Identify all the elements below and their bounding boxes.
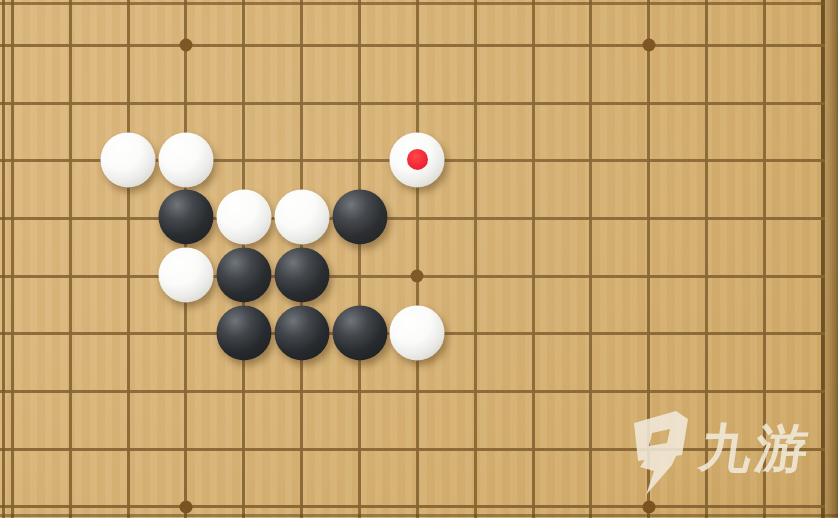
- stone-black[interactable]: [274, 305, 329, 360]
- stone-white[interactable]: [216, 190, 271, 245]
- gomoku-board[interactable]: [0, 0, 838, 518]
- stone-black[interactable]: [216, 247, 271, 302]
- stone-white[interactable]: [274, 190, 329, 245]
- gomoku-screenshot: 九游: [0, 0, 838, 518]
- stone-white[interactable]: [158, 132, 213, 187]
- stone-white[interactable]: [158, 247, 213, 302]
- stone-black[interactable]: [216, 305, 271, 360]
- last-move-marker: [407, 149, 428, 170]
- stone-black[interactable]: [332, 190, 387, 245]
- stone-black[interactable]: [158, 190, 213, 245]
- stone-black[interactable]: [274, 247, 329, 302]
- stone-white-last-move[interactable]: [390, 132, 445, 187]
- stone-black[interactable]: [332, 305, 387, 360]
- stone-white[interactable]: [101, 132, 156, 187]
- stone-white[interactable]: [390, 305, 445, 360]
